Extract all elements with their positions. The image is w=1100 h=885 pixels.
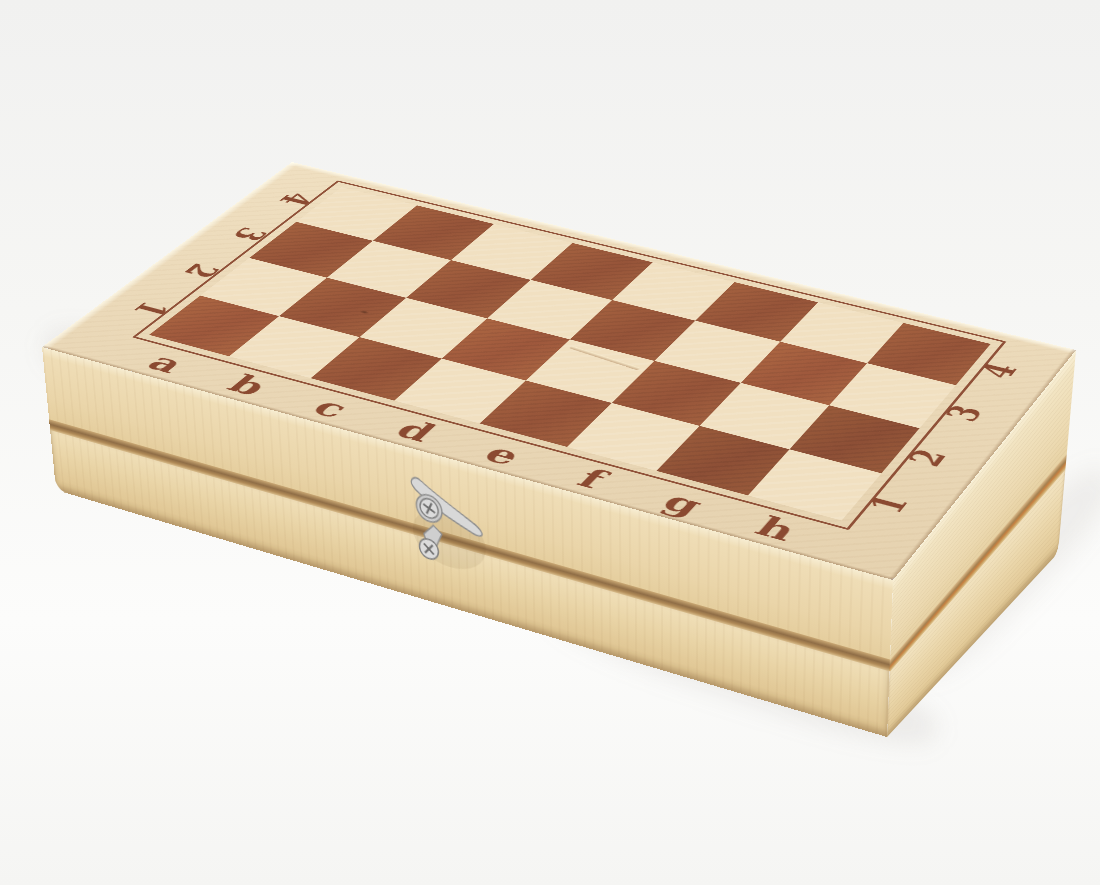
rank-label-text: 2 [900,445,956,470]
rank-label-text: 4 [272,189,322,208]
rank-label-text: 1 [125,298,178,320]
knot-mark [358,310,370,315]
rank-label-text: 3 [938,401,993,425]
rank-label-text: 4 [973,360,1027,383]
rank-label-text: 1 [861,491,919,517]
rank-label-text: 3 [225,224,276,244]
rank-label-text: 2 [176,260,228,281]
chess-box-photo: abcdefgh 4321 4321 [0,0,1100,885]
